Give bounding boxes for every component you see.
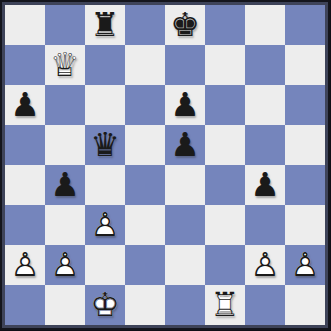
square-g6[interactable] bbox=[245, 85, 285, 125]
square-b8[interactable] bbox=[45, 5, 85, 45]
white-rook-icon[interactable]: ♜♖ bbox=[205, 285, 245, 325]
square-a6[interactable]: ♟ bbox=[5, 85, 45, 125]
square-g2[interactable]: ♟♙ bbox=[245, 245, 285, 285]
square-a3[interactable] bbox=[5, 205, 45, 245]
square-f8[interactable] bbox=[205, 5, 245, 45]
white-pawn-icon[interactable]: ♟♙ bbox=[85, 205, 125, 245]
black-pawn-icon[interactable]: ♟ bbox=[5, 85, 45, 125]
square-c2[interactable] bbox=[85, 245, 125, 285]
black-pawn-icon[interactable]: ♟ bbox=[245, 165, 285, 205]
square-e1[interactable] bbox=[165, 285, 205, 325]
white-queen-icon[interactable]: ♛♕ bbox=[45, 45, 85, 85]
square-d6[interactable] bbox=[125, 85, 165, 125]
square-d3[interactable] bbox=[125, 205, 165, 245]
square-f5[interactable] bbox=[205, 125, 245, 165]
square-c6[interactable] bbox=[85, 85, 125, 125]
square-e6[interactable]: ♟ bbox=[165, 85, 205, 125]
square-e7[interactable] bbox=[165, 45, 205, 85]
square-d8[interactable] bbox=[125, 5, 165, 45]
square-g8[interactable] bbox=[245, 5, 285, 45]
square-a5[interactable] bbox=[5, 125, 45, 165]
square-a1[interactable] bbox=[5, 285, 45, 325]
square-c7[interactable] bbox=[85, 45, 125, 85]
square-a7[interactable] bbox=[5, 45, 45, 85]
square-c3[interactable]: ♟♙ bbox=[85, 205, 125, 245]
square-h1[interactable] bbox=[285, 285, 325, 325]
square-h7[interactable] bbox=[285, 45, 325, 85]
white-pawn-icon[interactable]: ♟♙ bbox=[245, 245, 285, 285]
square-g3[interactable] bbox=[245, 205, 285, 245]
square-b2[interactable]: ♟♙ bbox=[45, 245, 85, 285]
square-f4[interactable] bbox=[205, 165, 245, 205]
white-piece-outline-layer: ♕ bbox=[45, 45, 85, 85]
square-g4[interactable]: ♟ bbox=[245, 165, 285, 205]
square-c8[interactable]: ♜ bbox=[85, 5, 125, 45]
white-piece-outline-layer: ♙ bbox=[285, 245, 325, 285]
black-king-icon[interactable]: ♚ bbox=[165, 5, 205, 45]
square-b4[interactable]: ♟ bbox=[45, 165, 85, 205]
black-rook-icon[interactable]: ♜ bbox=[85, 5, 125, 45]
square-a4[interactable] bbox=[5, 165, 45, 205]
square-b6[interactable] bbox=[45, 85, 85, 125]
square-b1[interactable] bbox=[45, 285, 85, 325]
square-g7[interactable] bbox=[245, 45, 285, 85]
square-b3[interactable] bbox=[45, 205, 85, 245]
black-pawn-icon[interactable]: ♟ bbox=[45, 165, 85, 205]
square-e5[interactable]: ♟ bbox=[165, 125, 205, 165]
square-h6[interactable] bbox=[285, 85, 325, 125]
white-pawn-icon[interactable]: ♟♙ bbox=[285, 245, 325, 285]
white-piece-outline-layer: ♖ bbox=[205, 285, 245, 325]
square-a8[interactable] bbox=[5, 5, 45, 45]
square-e8[interactable]: ♚ bbox=[165, 5, 205, 45]
white-pawn-icon[interactable]: ♟♙ bbox=[5, 245, 45, 285]
square-h2[interactable]: ♟♙ bbox=[285, 245, 325, 285]
square-f2[interactable] bbox=[205, 245, 245, 285]
black-pawn-icon[interactable]: ♟ bbox=[165, 125, 205, 165]
square-h4[interactable] bbox=[285, 165, 325, 205]
square-f3[interactable] bbox=[205, 205, 245, 245]
square-h5[interactable] bbox=[285, 125, 325, 165]
square-g5[interactable] bbox=[245, 125, 285, 165]
square-b7[interactable]: ♛♕ bbox=[45, 45, 85, 85]
square-d2[interactable] bbox=[125, 245, 165, 285]
black-pawn-icon[interactable]: ♟ bbox=[165, 85, 205, 125]
square-c5[interactable]: ♛ bbox=[85, 125, 125, 165]
square-e4[interactable] bbox=[165, 165, 205, 205]
square-b5[interactable] bbox=[45, 125, 85, 165]
square-d1[interactable] bbox=[125, 285, 165, 325]
square-h8[interactable] bbox=[285, 5, 325, 45]
square-d7[interactable] bbox=[125, 45, 165, 85]
chess-board: ♜♚♛♕♟♟♛♟♟♟♟♙♟♙♟♙♟♙♟♙♚♔♜♖ bbox=[5, 5, 325, 325]
white-piece-outline-layer: ♔ bbox=[85, 285, 125, 325]
square-f1[interactable]: ♜♖ bbox=[205, 285, 245, 325]
square-f7[interactable] bbox=[205, 45, 245, 85]
white-piece-outline-layer: ♙ bbox=[245, 245, 285, 285]
white-piece-outline-layer: ♙ bbox=[85, 205, 125, 245]
square-d5[interactable] bbox=[125, 125, 165, 165]
white-king-icon[interactable]: ♚♔ bbox=[85, 285, 125, 325]
square-c1[interactable]: ♚♔ bbox=[85, 285, 125, 325]
white-piece-outline-layer: ♙ bbox=[5, 245, 45, 285]
square-e2[interactable] bbox=[165, 245, 205, 285]
square-h3[interactable] bbox=[285, 205, 325, 245]
square-f6[interactable] bbox=[205, 85, 245, 125]
square-e3[interactable] bbox=[165, 205, 205, 245]
chess-board-frame: ♜♚♛♕♟♟♛♟♟♟♟♙♟♙♟♙♟♙♟♙♚♔♜♖ bbox=[0, 0, 330, 330]
square-c4[interactable] bbox=[85, 165, 125, 205]
square-a2[interactable]: ♟♙ bbox=[5, 245, 45, 285]
square-g1[interactable] bbox=[245, 285, 285, 325]
square-d4[interactable] bbox=[125, 165, 165, 205]
white-pawn-icon[interactable]: ♟♙ bbox=[45, 245, 85, 285]
black-queen-icon[interactable]: ♛ bbox=[85, 125, 125, 165]
white-piece-outline-layer: ♙ bbox=[45, 245, 85, 285]
